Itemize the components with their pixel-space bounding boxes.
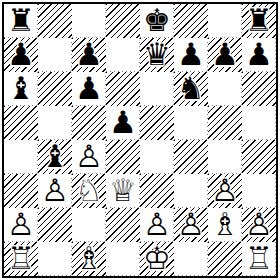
piece-white-pawn: ♟︎♙: [4, 208, 38, 242]
piece-white-bishop: ♝︎♗: [72, 242, 106, 276]
piece-white-pawn: ♟︎♙: [174, 208, 208, 242]
piece-white-pawn: ♟︎♙: [140, 208, 174, 242]
square-e8[interactable]: ♚︎: [140, 4, 174, 38]
square-d2[interactable]: [106, 208, 140, 242]
piece-white-pawn: ♟︎♙: [38, 174, 72, 208]
square-c5[interactable]: [72, 106, 106, 140]
square-h6[interactable]: [242, 72, 276, 106]
square-b8[interactable]: [38, 4, 72, 38]
square-e4[interactable]: [140, 140, 174, 174]
square-g6[interactable]: [208, 72, 242, 106]
square-b7[interactable]: [38, 38, 72, 72]
square-b1[interactable]: [38, 242, 72, 276]
square-h4[interactable]: [242, 140, 276, 174]
square-e5[interactable]: [140, 106, 174, 140]
square-f3[interactable]: [174, 174, 208, 208]
square-f2[interactable]: ♟︎♙: [174, 208, 208, 242]
square-c1[interactable]: ♝︎♗: [72, 242, 106, 276]
square-a1[interactable]: ♜︎♖: [4, 242, 38, 276]
square-f8[interactable]: [174, 4, 208, 38]
square-h1[interactable]: ♜︎♖: [242, 242, 276, 276]
square-b2[interactable]: [38, 208, 72, 242]
square-g5[interactable]: [208, 106, 242, 140]
square-b3[interactable]: ♟︎♙: [38, 174, 72, 208]
piece-white-king: ♚︎♔: [140, 242, 174, 276]
piece-white-pawn: ♟︎♙: [72, 140, 106, 174]
square-a8[interactable]: ♜︎: [4, 4, 38, 38]
square-a7[interactable]: ♟︎: [4, 38, 38, 72]
square-a3[interactable]: [4, 174, 38, 208]
piece-white-rook: ♜︎♖: [4, 242, 38, 276]
piece-white-pawn: ♟︎♙: [242, 208, 276, 242]
piece-black-pawn: ♟︎: [242, 38, 276, 72]
piece-black-king: ♚︎: [140, 4, 174, 38]
square-g2[interactable]: ♝︎♗: [208, 208, 242, 242]
square-b4[interactable]: ♝︎: [38, 140, 72, 174]
square-b6[interactable]: [38, 72, 72, 106]
piece-white-pawn: ♟︎♙: [208, 174, 242, 208]
square-d6[interactable]: [106, 72, 140, 106]
square-b5[interactable]: [38, 106, 72, 140]
piece-black-pawn: ♟︎: [106, 106, 140, 140]
square-c4[interactable]: ♟︎♙: [72, 140, 106, 174]
square-e2[interactable]: ♟︎♙: [140, 208, 174, 242]
square-e6[interactable]: [140, 72, 174, 106]
square-e1[interactable]: ♚︎♔: [140, 242, 174, 276]
piece-white-knight: ♞︎♘: [72, 174, 106, 208]
piece-black-pawn: ♟︎: [72, 38, 106, 72]
square-h7[interactable]: ♟︎: [242, 38, 276, 72]
square-f5[interactable]: [174, 106, 208, 140]
piece-black-pawn: ♟︎: [208, 38, 242, 72]
piece-white-bishop: ♝︎♗: [208, 208, 242, 242]
square-g3[interactable]: ♟︎♙: [208, 174, 242, 208]
chess-diagram: ♜︎♚︎♜︎♟︎♟︎♛︎♟︎♟︎♟︎♝︎♟︎♞︎♟︎♝︎♟︎♙♟︎♙♞︎♘♛︎♕…: [0, 0, 280, 280]
square-h8[interactable]: ♜︎: [242, 4, 276, 38]
square-d1[interactable]: [106, 242, 140, 276]
square-g4[interactable]: [208, 140, 242, 174]
square-e3[interactable]: [140, 174, 174, 208]
square-d7[interactable]: [106, 38, 140, 72]
square-f7[interactable]: ♟︎: [174, 38, 208, 72]
square-d8[interactable]: [106, 4, 140, 38]
square-d3[interactable]: ♛︎♕: [106, 174, 140, 208]
square-a4[interactable]: [4, 140, 38, 174]
square-d4[interactable]: [106, 140, 140, 174]
piece-black-pawn: ♟︎: [72, 72, 106, 106]
square-g7[interactable]: ♟︎: [208, 38, 242, 72]
square-c8[interactable]: [72, 4, 106, 38]
piece-black-rook: ♜︎: [242, 4, 276, 38]
square-c7[interactable]: ♟︎: [72, 38, 106, 72]
piece-black-bishop: ♝︎: [4, 72, 38, 106]
square-f6[interactable]: ♞︎: [174, 72, 208, 106]
chess-board: ♜︎♚︎♜︎♟︎♟︎♛︎♟︎♟︎♟︎♝︎♟︎♞︎♟︎♝︎♟︎♙♟︎♙♞︎♘♛︎♕…: [2, 2, 278, 278]
square-g8[interactable]: [208, 4, 242, 38]
square-c3[interactable]: ♞︎♘: [72, 174, 106, 208]
square-g1[interactable]: [208, 242, 242, 276]
square-h3[interactable]: [242, 174, 276, 208]
square-c6[interactable]: ♟︎: [72, 72, 106, 106]
piece-black-knight: ♞︎: [174, 72, 208, 106]
square-d5[interactable]: ♟︎: [106, 106, 140, 140]
square-c2[interactable]: [72, 208, 106, 242]
square-e7[interactable]: ♛︎: [140, 38, 174, 72]
square-a2[interactable]: ♟︎♙: [4, 208, 38, 242]
piece-white-queen: ♛︎♕: [106, 174, 140, 208]
square-a6[interactable]: ♝︎: [4, 72, 38, 106]
piece-white-rook: ♜︎♖: [242, 242, 276, 276]
square-h2[interactable]: ♟︎♙: [242, 208, 276, 242]
square-a5[interactable]: [4, 106, 38, 140]
square-h5[interactable]: [242, 106, 276, 140]
piece-black-queen: ♛︎: [140, 38, 174, 72]
square-f1[interactable]: [174, 242, 208, 276]
piece-black-rook: ♜︎: [4, 4, 38, 38]
piece-black-pawn: ♟︎: [4, 38, 38, 72]
square-f4[interactable]: [174, 140, 208, 174]
piece-black-pawn: ♟︎: [174, 38, 208, 72]
piece-black-bishop: ♝︎: [38, 140, 72, 174]
